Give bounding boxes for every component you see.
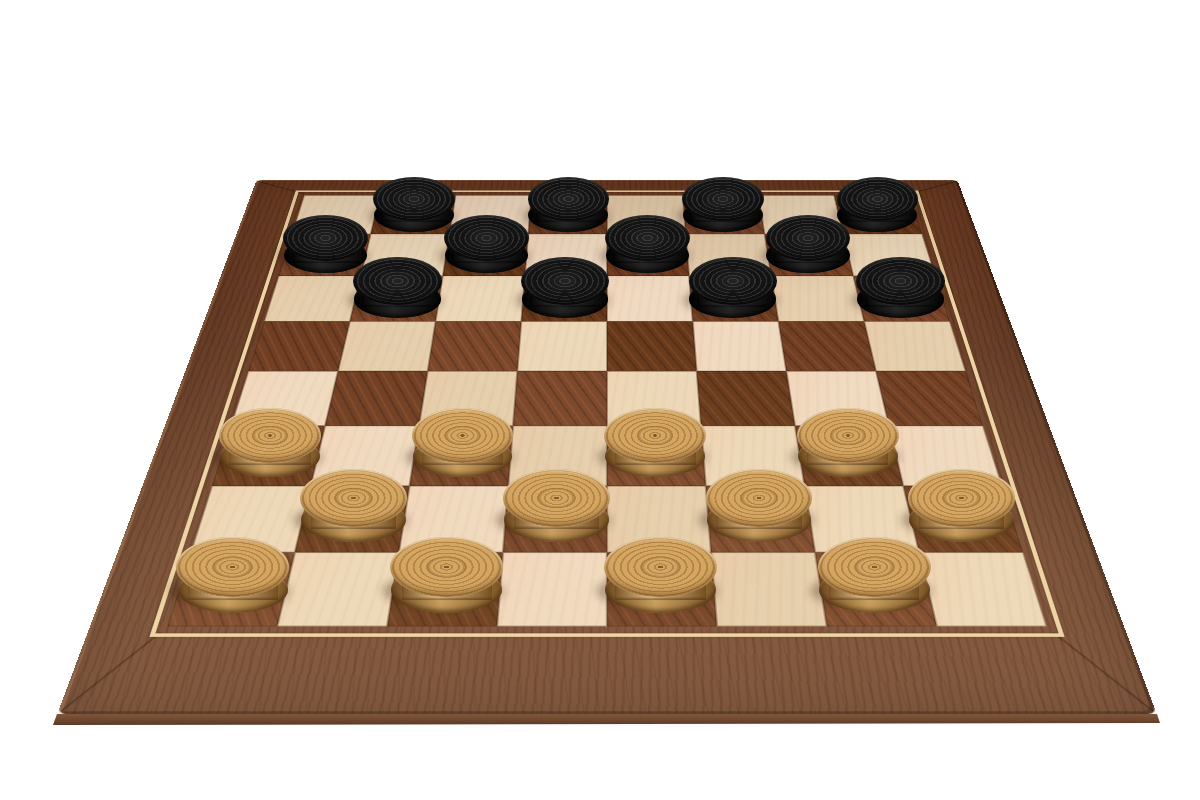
- black-checker-piece[interactable]: [353, 257, 441, 317]
- black-checker-piece[interactable]: [689, 257, 777, 317]
- checker-top-rings: [604, 408, 706, 463]
- black-checker-piece[interactable]: [856, 257, 944, 317]
- checker-top-rings: [353, 257, 441, 305]
- checker-top-rings: [219, 408, 321, 463]
- checker-top-rings: [604, 537, 717, 598]
- checker-top-rings: [373, 177, 454, 221]
- black-checker-piece[interactable]: [605, 215, 690, 273]
- pieces-layer: [0, 0, 1200, 800]
- checker-top-rings: [766, 215, 851, 261]
- wood-checker-piece[interactable]: [706, 469, 813, 542]
- checker-top-rings: [689, 257, 777, 305]
- checker-top-rings: [908, 469, 1015, 527]
- checker-top-rings: [818, 537, 931, 598]
- black-checker-piece[interactable]: [521, 257, 609, 317]
- checker-top-rings: [503, 469, 610, 527]
- checker-top-rings: [283, 215, 368, 261]
- checker-top-rings: [528, 177, 609, 221]
- wood-checker-piece[interactable]: [412, 408, 514, 477]
- black-checker-piece[interactable]: [444, 215, 529, 273]
- black-checker-piece[interactable]: [682, 177, 763, 232]
- wood-checker-piece[interactable]: [390, 537, 503, 614]
- checker-top-rings: [837, 177, 918, 221]
- wood-checker-piece[interactable]: [219, 408, 321, 477]
- black-checker-piece[interactable]: [766, 215, 851, 273]
- wood-checker-piece[interactable]: [604, 537, 717, 614]
- wood-checker-piece[interactable]: [176, 537, 289, 614]
- wood-checker-piece[interactable]: [797, 408, 899, 477]
- checker-top-rings: [682, 177, 763, 221]
- wood-checker-piece[interactable]: [818, 537, 931, 614]
- photo-background: [0, 0, 1200, 800]
- checker-top-rings: [176, 537, 289, 598]
- wood-checker-piece[interactable]: [604, 408, 706, 477]
- black-checker-piece[interactable]: [528, 177, 609, 232]
- checker-top-rings: [444, 215, 529, 261]
- checker-top-rings: [390, 537, 503, 598]
- wood-checker-piece[interactable]: [503, 469, 610, 542]
- black-checker-piece[interactable]: [283, 215, 368, 273]
- checker-top-rings: [412, 408, 514, 463]
- black-checker-piece[interactable]: [373, 177, 454, 232]
- checker-top-rings: [521, 257, 609, 305]
- checker-top-rings: [300, 469, 407, 527]
- checker-top-rings: [856, 257, 944, 305]
- wood-checker-piece[interactable]: [300, 469, 407, 542]
- wood-checker-piece[interactable]: [908, 469, 1015, 542]
- checker-top-rings: [605, 215, 690, 261]
- checker-top-rings: [797, 408, 899, 463]
- black-checker-piece[interactable]: [837, 177, 918, 232]
- checker-top-rings: [706, 469, 813, 527]
